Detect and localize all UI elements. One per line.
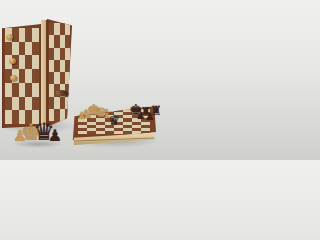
light-square xyxy=(32,55,39,69)
light-square xyxy=(65,72,70,84)
magnetic-pawn xyxy=(10,75,17,81)
light-square xyxy=(5,83,12,97)
light-square xyxy=(65,23,70,35)
black-rook-h6: ♜ xyxy=(150,104,160,117)
light-square xyxy=(5,110,12,124)
light-square xyxy=(25,42,32,56)
light-square xyxy=(12,97,19,111)
dark-square xyxy=(105,131,114,134)
dark-square xyxy=(87,131,96,134)
dark-square xyxy=(32,97,39,111)
light-square xyxy=(96,131,105,134)
light-square xyxy=(19,28,26,42)
dark-square xyxy=(65,60,70,72)
box-hinge-spine xyxy=(41,20,47,127)
light-square xyxy=(32,28,39,42)
light-square xyxy=(65,97,70,109)
dark-square xyxy=(25,83,32,97)
folded-box-right-panel xyxy=(47,19,72,127)
dark-square xyxy=(12,110,19,124)
product-photo-chess-set: { "game": "chess", "scene": { "descripti… xyxy=(0,0,160,160)
dark-square xyxy=(25,55,32,69)
right-panel-checkerboard xyxy=(49,23,70,121)
light-square xyxy=(12,42,19,56)
light-square xyxy=(32,83,39,97)
light-square xyxy=(132,131,141,134)
dark-square xyxy=(5,97,12,111)
black-queen-e3: ♛ xyxy=(108,114,120,127)
dark-square xyxy=(19,69,26,83)
dark-square xyxy=(12,83,19,97)
dark-square xyxy=(12,28,19,42)
dark-square xyxy=(65,35,70,47)
light-square xyxy=(65,48,70,60)
dark-square xyxy=(32,69,39,83)
black-pawn-loose: ♟ xyxy=(48,128,62,144)
dark-square xyxy=(19,42,26,56)
light-square xyxy=(19,55,26,69)
light-square xyxy=(25,69,32,83)
light-square xyxy=(19,83,26,97)
dark-square xyxy=(32,42,39,56)
light-square xyxy=(78,131,87,134)
dark-square xyxy=(25,28,32,42)
dark-square xyxy=(19,97,26,111)
light-square xyxy=(25,97,32,111)
light-square xyxy=(114,131,123,134)
dark-square xyxy=(5,42,12,56)
magnetic-pawn xyxy=(9,58,16,64)
magnetic-pawn xyxy=(6,34,13,40)
dark-square xyxy=(123,131,132,134)
